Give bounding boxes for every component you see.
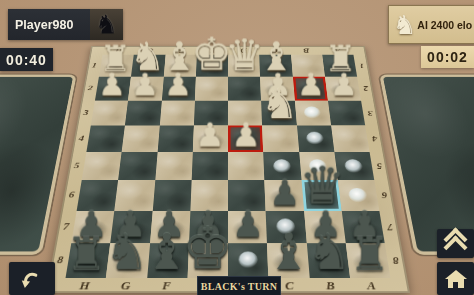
board-scene: HGFEDCBA HGFEDCBA 12345678 12345678 ♜♞♝♚… xyxy=(0,0,474,295)
square-b4[interactable] xyxy=(297,125,335,152)
white-pawn-f2[interactable]: ♟ xyxy=(164,70,191,99)
file-label: A xyxy=(321,46,353,55)
table-surface: HGFEDCBA HGFEDCBA 12345678 12345678 ♜♞♝♚… xyxy=(0,46,474,293)
files-top: HGFEDCBA xyxy=(103,46,354,55)
white-pawn-g2[interactable]: ♟ xyxy=(131,70,158,99)
square-g4[interactable] xyxy=(122,125,160,152)
square-f5[interactable] xyxy=(155,152,193,180)
square-g5[interactable] xyxy=(118,152,157,180)
rank-label: 1 xyxy=(353,55,370,77)
square-e2[interactable] xyxy=(195,77,228,101)
square-d2[interactable] xyxy=(228,77,261,101)
square-c4[interactable] xyxy=(262,125,298,152)
square-b8[interactable]: ♞ xyxy=(306,243,350,278)
file-label: G xyxy=(134,46,166,55)
square-d5[interactable] xyxy=(228,152,265,180)
chess-board: ♜♞♝♚♛♝♜♟♟♟♟♟♟♞♟♟♟♛♟♟♟♟♟♟♟♜♞♝♚♝♞♜ xyxy=(66,55,391,278)
file-label: G xyxy=(104,278,147,293)
rank-label: 2 xyxy=(357,77,375,101)
home-button[interactable] xyxy=(437,262,474,295)
square-a2[interactable]: ♟ xyxy=(325,77,361,101)
square-e5[interactable] xyxy=(191,152,228,180)
black-queen-b6[interactable]: ♛ xyxy=(299,161,345,210)
board-frame: HGFEDCBA HGFEDCBA 12345678 12345678 ♜♞♝♚… xyxy=(46,46,410,293)
file-label: B xyxy=(290,46,322,55)
square-c6[interactable]: ♟ xyxy=(265,180,304,210)
black-bishop-f8[interactable]: ♝ xyxy=(145,230,189,277)
square-f4[interactable] xyxy=(157,125,193,152)
white-pawn-d4[interactable]: ♟ xyxy=(231,120,260,151)
rank-label: 3 xyxy=(361,100,379,125)
square-a3[interactable] xyxy=(328,100,365,125)
game-screen: HGFEDCBA HGFEDCBA 12345678 12345678 ♜♞♝♚… xyxy=(0,0,474,295)
square-e8[interactable]: ♚ xyxy=(187,243,228,278)
square-f8[interactable]: ♝ xyxy=(147,243,189,278)
square-c8[interactable]: ♝ xyxy=(267,243,309,278)
file-label: H xyxy=(103,46,135,55)
rank-label: 4 xyxy=(365,125,384,152)
square-h5[interactable] xyxy=(82,152,122,180)
square-e1[interactable]: ♚ xyxy=(196,55,228,77)
black-bishop-c8[interactable]: ♝ xyxy=(267,230,311,277)
square-f3[interactable] xyxy=(159,100,194,125)
square-a8[interactable]: ♜ xyxy=(346,243,391,278)
file-label: H xyxy=(63,278,106,293)
square-d8[interactable] xyxy=(228,243,269,278)
square-c3[interactable]: ♞ xyxy=(261,100,296,125)
clock-black: 00:40 xyxy=(0,48,53,71)
white-pawn-a2[interactable]: ♟ xyxy=(331,70,358,99)
black-pawn-c6[interactable]: ♟ xyxy=(269,176,300,209)
square-d1[interactable]: ♛ xyxy=(228,55,260,77)
player-black-panel: Player980 ♞ xyxy=(8,9,123,40)
white-pawn-e4[interactable]: ♟ xyxy=(196,120,225,151)
player-black-name: Player980 xyxy=(8,18,90,32)
home-icon xyxy=(445,270,467,288)
file-label: F xyxy=(146,278,188,293)
black-knight-icon: ♞ xyxy=(90,9,123,40)
white-pawn-b2[interactable]: ♟ xyxy=(297,70,324,99)
turn-banner-text: BLACK's TURN xyxy=(201,281,278,292)
black-knight-g8[interactable]: ♞ xyxy=(105,230,149,277)
black-king-e8[interactable]: ♚ xyxy=(182,222,233,276)
white-knight-c3[interactable]: ♞ xyxy=(261,85,298,124)
file-label: B xyxy=(309,278,352,293)
black-knight-b8[interactable]: ♞ xyxy=(307,230,351,277)
file-label: F xyxy=(165,46,197,55)
square-h8[interactable]: ♜ xyxy=(66,243,111,278)
square-g8[interactable]: ♞ xyxy=(106,243,150,278)
undo-arrow-icon xyxy=(19,267,45,291)
square-e4[interactable]: ♟ xyxy=(193,125,228,152)
square-b3[interactable] xyxy=(295,100,331,125)
clock-white-value: 00:02 xyxy=(427,49,468,65)
file-label: E xyxy=(197,46,228,55)
square-h4[interactable] xyxy=(86,125,125,152)
square-f2[interactable]: ♟ xyxy=(161,77,195,101)
square-h2[interactable]: ♟ xyxy=(95,77,131,101)
square-h3[interactable] xyxy=(91,100,128,125)
black-pawn-d7[interactable]: ♟ xyxy=(231,207,263,241)
chevron-up-button[interactable] xyxy=(437,229,474,258)
file-label: C xyxy=(259,46,291,55)
clock-white: 00:02 xyxy=(421,46,474,68)
square-d4[interactable]: ♟ xyxy=(228,125,263,152)
clock-black-value: 00:40 xyxy=(6,52,47,68)
white-pawn-h2[interactable]: ♟ xyxy=(98,70,125,99)
turn-banner: BLACK's TURN xyxy=(197,276,281,295)
black-rook-h8[interactable]: ♜ xyxy=(66,233,107,276)
player-white-name: AI 2400 elo xyxy=(417,19,472,31)
square-d7[interactable]: ♟ xyxy=(228,211,267,243)
undo-button[interactable] xyxy=(9,262,55,295)
square-g2[interactable]: ♟ xyxy=(128,77,163,101)
player-white-panel: ♞ AI 2400 elo xyxy=(388,5,474,44)
file-label: D xyxy=(228,46,259,55)
square-g3[interactable] xyxy=(125,100,161,125)
white-knight-icon: ♞ xyxy=(389,12,417,38)
file-label: A xyxy=(350,278,393,293)
square-a4[interactable] xyxy=(331,125,370,152)
